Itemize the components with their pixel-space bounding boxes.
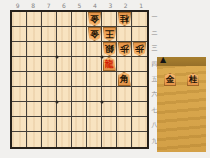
square-4-3[interactable] [87, 42, 102, 57]
square-4-9[interactable] [87, 132, 102, 147]
square-2-8[interactable] [117, 117, 132, 132]
star-point [56, 101, 59, 104]
square-5-2[interactable] [72, 27, 87, 42]
square-9-5[interactable] [12, 72, 27, 87]
square-8-1[interactable] [27, 12, 42, 27]
square-4-4[interactable] [87, 57, 102, 72]
shogi-board: 金桂金王銀歩歩龍角 [10, 10, 149, 149]
gote-piece-桂[interactable]: 桂 [118, 12, 131, 26]
square-9-6[interactable] [12, 87, 27, 102]
square-3-2[interactable]: 王 [102, 27, 117, 42]
square-6-9[interactable] [57, 132, 72, 147]
square-1-1[interactable] [132, 12, 147, 27]
square-3-1[interactable] [102, 12, 117, 27]
square-5-4[interactable] [72, 57, 87, 72]
square-7-3[interactable] [42, 42, 57, 57]
square-5-3[interactable] [72, 42, 87, 57]
star-point [56, 56, 59, 59]
gote-piece-王[interactable]: 王 [103, 27, 116, 41]
square-2-7[interactable] [117, 102, 132, 117]
square-3-3[interactable]: 銀 [102, 42, 117, 57]
square-9-1[interactable] [12, 12, 27, 27]
square-8-4[interactable] [27, 57, 42, 72]
square-4-1[interactable]: 金 [87, 12, 102, 27]
square-4-6[interactable] [87, 87, 102, 102]
square-7-5[interactable] [42, 72, 57, 87]
square-5-1[interactable] [72, 12, 87, 27]
square-2-9[interactable] [117, 132, 132, 147]
square-2-2[interactable] [117, 27, 132, 42]
file-label-7: 7 [41, 1, 56, 10]
square-4-2[interactable]: 金 [87, 27, 102, 42]
square-3-7[interactable] [102, 102, 117, 117]
square-5-7[interactable] [72, 102, 87, 117]
square-9-8[interactable] [12, 117, 27, 132]
square-2-4[interactable] [117, 57, 132, 72]
square-9-9[interactable] [12, 132, 27, 147]
file-label-3: 3 [103, 1, 118, 10]
square-4-8[interactable] [87, 117, 102, 132]
gote-piece-金[interactable]: 金 [88, 12, 101, 26]
file-label-4: 4 [87, 1, 102, 10]
sente-turn-marker: ▲ [160, 55, 166, 64]
square-7-1[interactable] [42, 12, 57, 27]
square-5-9[interactable] [72, 132, 87, 147]
star-point [101, 101, 104, 104]
file-label-6: 6 [56, 1, 71, 10]
square-3-6[interactable] [102, 87, 117, 102]
square-5-5[interactable] [72, 72, 87, 87]
square-9-4[interactable] [12, 57, 27, 72]
square-1-3[interactable]: 歩 [132, 42, 147, 57]
square-5-8[interactable] [72, 117, 87, 132]
square-6-2[interactable] [57, 27, 72, 42]
square-3-8[interactable] [102, 117, 117, 132]
sente-komadai: ▲ 金桂 [157, 57, 206, 152]
square-2-1[interactable]: 桂 [117, 12, 132, 27]
square-4-7[interactable] [87, 102, 102, 117]
square-6-5[interactable] [57, 72, 72, 87]
square-1-9[interactable] [132, 132, 147, 147]
square-3-5[interactable] [102, 72, 117, 87]
square-8-9[interactable] [27, 132, 42, 147]
square-7-2[interactable] [42, 27, 57, 42]
square-7-6[interactable] [42, 87, 57, 102]
gote-piece-金[interactable]: 金 [88, 27, 101, 41]
gote-piece-銀[interactable]: 銀 [103, 42, 116, 56]
square-7-9[interactable] [42, 132, 57, 147]
square-8-8[interactable] [27, 117, 42, 132]
gote-piece-歩[interactable]: 歩 [133, 42, 146, 56]
file-coordinate-labels: 987654321 [10, 1, 149, 10]
rank-label-3: 三 [150, 41, 159, 56]
square-6-3[interactable] [57, 42, 72, 57]
sente-piece-角[interactable]: 角 [118, 72, 131, 86]
file-label-1: 1 [134, 1, 149, 10]
square-6-8[interactable] [57, 117, 72, 132]
shogi-app-screen: 987654321 一二三四五六七八九 金桂金王銀歩歩龍角 ▲ 金桂 [0, 0, 210, 158]
square-1-6[interactable] [132, 87, 147, 102]
square-1-2[interactable] [132, 27, 147, 42]
square-8-6[interactable] [27, 87, 42, 102]
square-6-6[interactable] [57, 87, 72, 102]
square-8-3[interactable] [27, 42, 42, 57]
square-6-4[interactable] [57, 57, 72, 72]
file-label-5: 5 [72, 1, 87, 10]
file-label-9: 9 [10, 1, 25, 10]
square-8-5[interactable] [27, 72, 42, 87]
hand-pieces-row: 金桂 [157, 73, 206, 86]
rank-label-1: 一 [150, 10, 159, 25]
square-9-7[interactable] [12, 102, 27, 117]
sente-promoted-piece-龍[interactable]: 龍 [103, 57, 116, 71]
square-3-9[interactable] [102, 132, 117, 147]
square-7-7[interactable] [42, 102, 57, 117]
square-1-8[interactable] [132, 117, 147, 132]
square-8-7[interactable] [27, 102, 42, 117]
square-3-4[interactable]: 龍 [102, 57, 117, 72]
gote-piece-歩[interactable]: 歩 [118, 42, 131, 56]
star-point [101, 56, 104, 59]
square-7-4[interactable] [42, 57, 57, 72]
square-1-5[interactable] [132, 72, 147, 87]
square-7-8[interactable] [42, 117, 57, 132]
hand-piece-桂[interactable]: 桂 [187, 73, 199, 86]
file-label-8: 8 [25, 1, 40, 10]
square-4-5[interactable] [87, 72, 102, 87]
square-9-2[interactable] [12, 27, 27, 42]
square-8-2[interactable] [27, 27, 42, 42]
square-9-3[interactable] [12, 42, 27, 57]
square-2-6[interactable] [117, 87, 132, 102]
square-6-7[interactable] [57, 102, 72, 117]
square-1-4[interactable] [132, 57, 147, 72]
file-label-2: 2 [118, 1, 133, 10]
square-6-1[interactable] [57, 12, 72, 27]
square-5-6[interactable] [72, 87, 87, 102]
square-1-7[interactable] [132, 102, 147, 117]
hand-piece-金[interactable]: 金 [164, 73, 176, 86]
square-2-3[interactable]: 歩 [117, 42, 132, 57]
rank-label-2: 二 [150, 25, 159, 40]
square-2-5[interactable]: 角 [117, 72, 132, 87]
